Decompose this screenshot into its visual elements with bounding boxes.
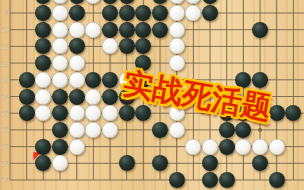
black-stone-c7r9 <box>102 5 118 21</box>
black-stone-c7r14 <box>102 89 118 105</box>
black-stone-c4r17 <box>52 139 68 155</box>
white-stone-c6r14 <box>85 89 101 105</box>
svg-text:14: 14 <box>1 93 9 100</box>
white-stone-c11r9 <box>169 5 185 21</box>
white-stone-c7r16 <box>102 122 118 138</box>
white-stone-c4r9 <box>52 5 68 21</box>
svg-text:10: 10 <box>1 26 9 33</box>
black-stone-c4r14 <box>52 89 68 105</box>
white-stone-c16r17 <box>252 139 268 155</box>
go-board[interactable]: 910111213141516171819 实战死活题 <box>0 0 304 190</box>
black-stone-c2r14 <box>19 89 35 105</box>
black-stone-c16r10 <box>252 22 268 38</box>
black-stone-c3r10 <box>35 22 51 38</box>
white-stone-c11r11 <box>169 38 185 54</box>
black-stone-c9r10 <box>135 22 151 38</box>
white-stone-c5r17 <box>69 139 85 155</box>
black-stone-c8r9 <box>119 5 135 21</box>
svg-text:9: 9 <box>5 9 9 16</box>
black-stone-c2r13 <box>19 72 35 88</box>
black-stone-c16r13 <box>252 72 268 88</box>
black-stone-c8r11 <box>119 38 135 54</box>
black-stone-c7r13 <box>102 72 118 88</box>
svg-text:19: 19 <box>1 176 9 183</box>
go-app-screenshot: 910111213141516171819 实战死活题 <box>0 0 304 190</box>
white-stone-c5r10 <box>69 22 85 38</box>
black-stone-c10r16 <box>152 122 168 138</box>
black-stone-c8r10 <box>119 22 135 38</box>
black-stone-c10r9 <box>152 5 168 21</box>
black-stone-c17r19 <box>269 172 285 188</box>
black-stone-c5r9 <box>69 5 85 21</box>
svg-text:16: 16 <box>1 126 9 133</box>
svg-text:13: 13 <box>1 76 9 83</box>
white-stone-c3r14 <box>35 89 51 105</box>
black-stone-c10r10 <box>152 22 168 38</box>
black-stone-c8r18 <box>119 155 135 171</box>
white-stone-c5r13 <box>69 72 85 88</box>
white-stone-c6r10 <box>85 22 101 38</box>
svg-text:18: 18 <box>1 160 9 167</box>
white-stone-c5r12 <box>69 55 85 71</box>
black-stone-c11r19 <box>169 172 185 188</box>
black-stone-c14r19 <box>219 172 235 188</box>
white-stone-c17r17 <box>269 139 285 155</box>
white-stone-c5r15 <box>69 105 85 121</box>
white-stone-c11r12 <box>169 55 185 71</box>
black-stone-c5r11 <box>69 38 85 54</box>
white-stone-c15r17 <box>235 139 251 155</box>
black-stone-c5r14 <box>69 89 85 105</box>
black-stone-c4r16 <box>52 122 68 138</box>
white-stone-c4r12 <box>52 55 68 71</box>
white-stone-c4r10 <box>52 22 68 38</box>
svg-text:17: 17 <box>1 143 9 150</box>
black-stone-c7r10 <box>102 22 118 38</box>
black-stone-c3r17 <box>35 139 51 155</box>
black-stone-c14r16 <box>219 122 235 138</box>
white-stone-c4r13 <box>52 72 68 88</box>
black-stone-c13r19 <box>202 172 218 188</box>
white-stone-c13r17 <box>202 139 218 155</box>
white-stone-c11r16 <box>169 122 185 138</box>
svg-text:11: 11 <box>1 43 8 50</box>
black-stone-c14r17 <box>219 139 235 155</box>
svg-text:15: 15 <box>1 110 9 117</box>
white-stone-c12r17 <box>185 139 201 155</box>
black-stone-c8r15 <box>119 105 135 121</box>
black-stone-c2r15 <box>19 105 35 121</box>
white-stone-c11r10 <box>169 22 185 38</box>
svg-text:12: 12 <box>1 60 9 67</box>
black-stone-c13r9 <box>202 5 218 21</box>
white-stone-c5r16 <box>69 122 85 138</box>
